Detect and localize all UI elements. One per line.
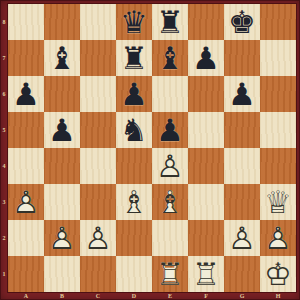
- square-c1: [80, 256, 116, 292]
- square-c4: [80, 148, 116, 184]
- rank-label-6: 6: [0, 76, 8, 112]
- square-g7: [224, 40, 260, 76]
- square-g5: [224, 112, 260, 148]
- square-d3: ♝♗: [116, 184, 152, 220]
- black-pawn-icon: ♟: [188, 40, 224, 76]
- square-d5: ♞: [116, 112, 152, 148]
- rank-labels: 87654321: [0, 4, 8, 292]
- white-pawn-icon: ♟♙: [80, 220, 116, 256]
- black-rook-icon: ♜: [152, 4, 188, 40]
- file-label-h: H: [260, 292, 296, 300]
- black-pawn-icon: ♟: [44, 112, 80, 148]
- square-d6: ♟: [116, 76, 152, 112]
- square-d8: ♛: [116, 4, 152, 40]
- square-h8: [260, 4, 296, 40]
- square-e4: ♟♙: [152, 148, 188, 184]
- square-a3: ♟♙: [8, 184, 44, 220]
- piece-fill-glyph: ♜: [116, 40, 152, 76]
- rank-label-7: 7: [0, 40, 8, 76]
- black-pawn-icon: ♟: [224, 76, 260, 112]
- chess-board-diagram: 87654321 ABCDEFGH ♛♜♚♝♜♝♟♟♟♟♟♞♟♟♙♟♙♝♗♝♗♛…: [0, 0, 300, 300]
- square-g6: ♟: [224, 76, 260, 112]
- white-rook-icon: ♜♖: [152, 256, 188, 292]
- square-h7: [260, 40, 296, 76]
- square-d2: [116, 220, 152, 256]
- file-label-c: C: [80, 292, 116, 300]
- file-label-g: G: [224, 292, 260, 300]
- square-b3: [44, 184, 80, 220]
- piece-fill-glyph: ♟: [152, 112, 188, 148]
- white-pawn-icon: ♟♙: [224, 220, 260, 256]
- piece-outline-glyph: ♖: [152, 256, 188, 292]
- white-pawn-icon: ♟♙: [152, 148, 188, 184]
- piece-outline-glyph: ♙: [44, 220, 80, 256]
- square-f3: [188, 184, 224, 220]
- black-pawn-icon: ♟: [8, 76, 44, 112]
- square-c2: ♟♙: [80, 220, 116, 256]
- black-knight-icon: ♞: [116, 112, 152, 148]
- square-b5: ♟: [44, 112, 80, 148]
- square-f5: [188, 112, 224, 148]
- square-a1: [8, 256, 44, 292]
- square-e6: [152, 76, 188, 112]
- square-f6: [188, 76, 224, 112]
- white-king-icon: ♚♔: [260, 256, 296, 292]
- piece-fill-glyph: ♟: [188, 40, 224, 76]
- square-f4: [188, 148, 224, 184]
- rank-label-5: 5: [0, 112, 8, 148]
- piece-fill-glyph: ♝: [44, 40, 80, 76]
- black-pawn-icon: ♟: [152, 112, 188, 148]
- white-bishop-icon: ♝♗: [116, 184, 152, 220]
- square-a7: [8, 40, 44, 76]
- square-d7: ♜: [116, 40, 152, 76]
- square-d4: [116, 148, 152, 184]
- rank-label-4: 4: [0, 148, 8, 184]
- white-rook-icon: ♜♖: [188, 256, 224, 292]
- file-labels: ABCDEFGH: [8, 292, 296, 300]
- square-g2: ♟♙: [224, 220, 260, 256]
- black-queen-icon: ♛: [116, 4, 152, 40]
- piece-fill-glyph: ♝: [152, 40, 188, 76]
- piece-fill-glyph: ♟: [44, 112, 80, 148]
- white-pawn-icon: ♟♙: [260, 220, 296, 256]
- rank-label-2: 2: [0, 220, 8, 256]
- square-e3: ♝♗: [152, 184, 188, 220]
- piece-fill-glyph: ♟: [8, 76, 44, 112]
- square-h3: ♛♕: [260, 184, 296, 220]
- piece-outline-glyph: ♗: [116, 184, 152, 220]
- square-b8: [44, 4, 80, 40]
- file-label-f: F: [188, 292, 224, 300]
- file-label-b: B: [44, 292, 80, 300]
- square-b1: [44, 256, 80, 292]
- square-b2: ♟♙: [44, 220, 80, 256]
- piece-outline-glyph: ♙: [224, 220, 260, 256]
- square-e1: ♜♖: [152, 256, 188, 292]
- piece-fill-glyph: ♟: [116, 76, 152, 112]
- square-f7: ♟: [188, 40, 224, 76]
- square-e7: ♝: [152, 40, 188, 76]
- white-queen-icon: ♛♕: [260, 184, 296, 220]
- square-c8: [80, 4, 116, 40]
- white-pawn-icon: ♟♙: [8, 184, 44, 220]
- square-h5: [260, 112, 296, 148]
- file-label-e: E: [152, 292, 188, 300]
- black-rook-icon: ♜: [116, 40, 152, 76]
- square-g8: ♚: [224, 4, 260, 40]
- black-king-icon: ♚: [224, 4, 260, 40]
- square-a4: [8, 148, 44, 184]
- square-h2: ♟♙: [260, 220, 296, 256]
- piece-outline-glyph: ♙: [80, 220, 116, 256]
- square-f2: [188, 220, 224, 256]
- piece-outline-glyph: ♙: [152, 148, 188, 184]
- rank-label-1: 1: [0, 256, 8, 292]
- piece-outline-glyph: ♕: [260, 184, 296, 220]
- black-pawn-icon: ♟: [116, 76, 152, 112]
- square-g3: [224, 184, 260, 220]
- black-bishop-icon: ♝: [44, 40, 80, 76]
- square-c7: [80, 40, 116, 76]
- square-e8: ♜: [152, 4, 188, 40]
- piece-fill-glyph: ♟: [224, 76, 260, 112]
- square-b7: ♝: [44, 40, 80, 76]
- piece-fill-glyph: ♚: [224, 4, 260, 40]
- square-g1: [224, 256, 260, 292]
- rank-label-3: 3: [0, 184, 8, 220]
- file-label-a: A: [8, 292, 44, 300]
- white-pawn-icon: ♟♙: [44, 220, 80, 256]
- square-b6: [44, 76, 80, 112]
- square-h6: [260, 76, 296, 112]
- square-a5: [8, 112, 44, 148]
- piece-outline-glyph: ♙: [260, 220, 296, 256]
- piece-fill-glyph: ♞: [116, 112, 152, 148]
- square-a8: [8, 4, 44, 40]
- square-e2: [152, 220, 188, 256]
- white-bishop-icon: ♝♗: [152, 184, 188, 220]
- square-a6: ♟: [8, 76, 44, 112]
- square-e5: ♟: [152, 112, 188, 148]
- square-d1: [116, 256, 152, 292]
- piece-outline-glyph: ♙: [8, 184, 44, 220]
- piece-fill-glyph: ♛: [116, 4, 152, 40]
- rank-label-8: 8: [0, 4, 8, 40]
- piece-fill-glyph: ♜: [152, 4, 188, 40]
- square-g4: [224, 148, 260, 184]
- square-h1: ♚♔: [260, 256, 296, 292]
- piece-outline-glyph: ♔: [260, 256, 296, 292]
- square-c6: [80, 76, 116, 112]
- square-c5: [80, 112, 116, 148]
- chess-board: ♛♜♚♝♜♝♟♟♟♟♟♞♟♟♙♟♙♝♗♝♗♛♕♟♙♟♙♟♙♟♙♜♖♜♖♚♔: [8, 4, 296, 292]
- square-f1: ♜♖: [188, 256, 224, 292]
- square-h4: [260, 148, 296, 184]
- square-c3: [80, 184, 116, 220]
- piece-outline-glyph: ♗: [152, 184, 188, 220]
- piece-outline-glyph: ♖: [188, 256, 224, 292]
- square-f8: [188, 4, 224, 40]
- black-bishop-icon: ♝: [152, 40, 188, 76]
- square-b4: [44, 148, 80, 184]
- file-label-d: D: [116, 292, 152, 300]
- square-a2: [8, 220, 44, 256]
